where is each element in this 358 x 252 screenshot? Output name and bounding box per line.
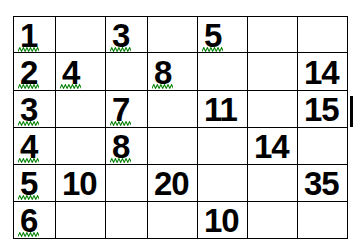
cell-r4c2[interactable] [56, 128, 106, 165]
cell-r2c6[interactable] [248, 53, 298, 91]
cell-r3c6[interactable] [248, 91, 298, 128]
cell-value: 3 [20, 93, 37, 126]
cell-r3c2[interactable] [56, 91, 106, 128]
cell-r3c1[interactable]: 3 [14, 91, 56, 128]
cell-value: 15 [304, 93, 339, 126]
cell-r3c7[interactable]: 15 [298, 91, 347, 128]
cell-value: 4 [20, 130, 37, 163]
cell-value: 1 [20, 19, 37, 52]
cell-value: 6 [20, 204, 37, 237]
cell-value: 20 [154, 167, 189, 200]
grammar-squiggle-icon [18, 84, 39, 89]
worksheet-table: 1352481437111548145102035610 [13, 16, 348, 239]
cell-r3c5[interactable]: 11 [198, 91, 248, 128]
grammar-squiggle-icon [110, 47, 131, 52]
grammar-squiggle-icon [18, 158, 39, 163]
cell-r5c4[interactable]: 20 [148, 165, 198, 202]
text-cursor [350, 96, 353, 127]
cell-r2c7[interactable]: 14 [298, 53, 347, 91]
cell-r6c7[interactable] [298, 202, 347, 238]
cell-r2c4[interactable]: 8 [148, 53, 198, 91]
cell-value: 14 [254, 130, 289, 163]
grammar-squiggle-icon [18, 195, 39, 200]
cell-value: 5 [204, 19, 221, 52]
cell-r2c2[interactable]: 4 [56, 53, 106, 91]
cell-r1c6[interactable] [248, 17, 298, 53]
document-page: 1352481437111548145102035610 [0, 0, 358, 252]
cell-value: 14 [304, 56, 339, 89]
cell-r2c1[interactable]: 2 [14, 53, 56, 91]
grammar-squiggle-icon [202, 47, 223, 52]
cell-r1c7[interactable] [298, 17, 347, 53]
cell-r3c3[interactable]: 7 [106, 91, 148, 128]
cell-r6c5[interactable]: 10 [198, 202, 248, 238]
cell-r1c1[interactable]: 1 [14, 17, 56, 53]
cell-r6c6[interactable] [248, 202, 298, 238]
cell-r4c4[interactable] [148, 128, 198, 165]
cell-r6c3[interactable] [106, 202, 148, 238]
cell-r5c7[interactable]: 35 [298, 165, 347, 202]
cell-r1c4[interactable] [148, 17, 198, 53]
cell-r4c7[interactable] [298, 128, 347, 165]
cell-r4c3[interactable]: 8 [106, 128, 148, 165]
cell-r4c1[interactable]: 4 [14, 128, 56, 165]
cell-r5c5[interactable] [198, 165, 248, 202]
cell-value: 11 [204, 93, 237, 126]
cell-r4c6[interactable]: 14 [248, 128, 298, 165]
cell-value: 35 [304, 167, 339, 200]
cell-value: 10 [204, 204, 239, 237]
cell-value: 10 [62, 167, 97, 200]
cell-value: 8 [154, 56, 171, 89]
cell-r6c4[interactable] [148, 202, 198, 238]
cell-r5c3[interactable] [106, 165, 148, 202]
cell-r3c4[interactable] [148, 91, 198, 128]
cell-r1c5[interactable]: 5 [198, 17, 248, 53]
grammar-squiggle-icon [152, 84, 173, 89]
cell-r4c5[interactable] [198, 128, 248, 165]
cell-r5c1[interactable]: 5 [14, 165, 56, 202]
cell-value: 2 [20, 56, 37, 89]
cell-r6c1[interactable]: 6 [14, 202, 56, 238]
grammar-squiggle-icon [18, 47, 39, 52]
grammar-squiggle-icon [110, 158, 131, 163]
cell-value: 3 [112, 19, 129, 52]
cell-r2c5[interactable] [198, 53, 248, 91]
cell-r6c2[interactable] [56, 202, 106, 238]
cell-r5c2[interactable]: 10 [56, 165, 106, 202]
grammar-squiggle-icon [110, 121, 131, 126]
cell-r1c3[interactable]: 3 [106, 17, 148, 53]
cell-value: 7 [112, 93, 129, 126]
cell-value: 4 [62, 56, 79, 89]
cell-r1c2[interactable] [56, 17, 106, 53]
cell-value: 5 [20, 167, 37, 200]
grammar-squiggle-icon [18, 232, 39, 237]
grammar-squiggle-icon [60, 84, 81, 89]
grammar-squiggle-icon [18, 121, 39, 126]
cell-r5c6[interactable] [248, 165, 298, 202]
cell-value: 8 [112, 130, 129, 163]
cell-r2c3[interactable] [106, 53, 148, 91]
